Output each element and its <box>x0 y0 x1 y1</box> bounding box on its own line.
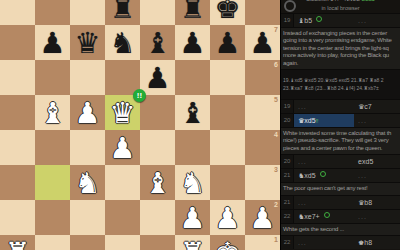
square-g6[interactable] <box>210 60 245 95</box>
black-move: ... <box>354 14 400 27</box>
white-move[interactable]: ♞xe7+ <box>294 210 354 223</box>
move-row: 20...exd5 <box>281 154 400 168</box>
piece-white-rook[interactable]: ♜ <box>175 235 210 250</box>
piece-black-pawn[interactable]: ♟ <box>175 25 210 60</box>
move-number: 22 <box>281 210 294 223</box>
square-c8[interactable] <box>70 0 105 25</box>
square-a5[interactable] <box>0 95 35 130</box>
square-c1[interactable] <box>70 235 105 250</box>
square-g5[interactable] <box>210 95 245 130</box>
square-b3[interactable] <box>35 165 70 200</box>
move-number: 21 <box>281 196 294 209</box>
text-line: going into a very promising endgame, Whi… <box>283 37 400 44</box>
rank-label-1: 1 <box>274 236 278 243</box>
square-g1[interactable]: ♚ <box>210 235 245 250</box>
square-c2[interactable] <box>70 200 105 235</box>
move-comment: White gets the second ... <box>281 223 400 235</box>
piece-white-bishop[interactable]: ♝ <box>35 95 70 130</box>
move-comment: White invested some time calculating tha… <box>281 127 400 154</box>
white-move: ... <box>294 100 354 113</box>
engine-header: Stockfish 14+ · NNUE cloud in local brow… <box>281 0 400 13</box>
text-line: White invested some time calculating tha… <box>283 130 400 137</box>
square-e1[interactable] <box>140 235 175 250</box>
square-d1[interactable] <box>105 235 140 250</box>
square-c4[interactable] <box>70 130 105 165</box>
square-a2[interactable] <box>0 200 35 235</box>
text-line: more actively into play, forcing the Bla… <box>283 52 400 59</box>
square-f3[interactable]: ♞ <box>175 165 210 200</box>
square-f6[interactable] <box>175 60 210 95</box>
square-d4[interactable]: ♟ <box>105 130 140 165</box>
square-a1[interactable]: ♜ <box>0 235 35 250</box>
square-b1[interactable] <box>35 235 70 250</box>
collapsed-move-dots: ... <box>358 117 367 124</box>
square-b6[interactable] <box>35 60 70 95</box>
analysis-panel: Stockfish 14+ · NNUE cloud in local brow… <box>281 0 400 250</box>
text-line: 23.♜xa7 ♜c8 (23...♜b8 24.♝f4) 24.♜xb7± <box>283 84 400 92</box>
white-move[interactable]: ♛xd5‼ <box>294 114 354 127</box>
white-move: ... <box>294 236 354 249</box>
piece-white-king[interactable]: ♚ <box>210 235 245 250</box>
square-b8[interactable] <box>35 0 70 25</box>
move-list: 19♝b5...Instead of exchanging pieces in … <box>281 13 400 249</box>
square-e8[interactable] <box>140 0 175 25</box>
move-number: 21 <box>281 169 294 182</box>
square-c3[interactable]: ♞ <box>70 165 105 200</box>
square-h4[interactable]: 4 <box>245 130 280 165</box>
square-b2[interactable] <box>35 200 70 235</box>
square-g8[interactable]: ♚ <box>210 0 245 25</box>
move-row: 19♝b5... <box>281 13 400 27</box>
move-row: 21♞xd5... <box>281 168 400 182</box>
move-comment: The poor queen can't get any rest! <box>281 182 400 194</box>
piece-white-pawn[interactable]: ♟ <box>105 130 140 165</box>
piece-black-pawn[interactable]: ♟ <box>210 25 245 60</box>
square-d2[interactable] <box>105 200 140 235</box>
black-move[interactable]: ♛b8 <box>354 196 400 209</box>
chess-board[interactable]: ♜♜♚♟♛♞♝♟♟7♟♟6♝♟♛♝5♟4♞♝♞3♟♟2♟♜♜♚1 <box>0 0 280 250</box>
text-line: tension in the center and brings the lig… <box>283 45 400 52</box>
square-b7[interactable]: ♟ <box>35 25 70 60</box>
text-line: nice!) pseudo-sacrifice. They will get 3… <box>283 137 400 144</box>
white-move[interactable]: ♝b5 <box>294 14 354 27</box>
square-g4[interactable] <box>210 130 245 165</box>
piece-black-pawn[interactable]: ♟ <box>35 25 70 60</box>
black-move[interactable]: ♛c7 <box>354 100 400 113</box>
move-row: 19...♛c7 <box>281 99 400 113</box>
square-f7[interactable]: ♟ <box>175 25 210 60</box>
move-number: 19 <box>281 100 294 113</box>
piece-black-queen[interactable]: ♛ <box>70 25 105 60</box>
square-e3[interactable]: ♝ <box>140 165 175 200</box>
move-number: 20 <box>281 114 294 127</box>
collapsed-move-dots: ... <box>298 199 307 206</box>
collapsed-move-dots: ... <box>298 239 307 246</box>
square-e7[interactable]: ♝ <box>140 25 175 60</box>
square-d3[interactable] <box>105 165 140 200</box>
piece-black-pawn[interactable]: ♟ <box>140 60 175 95</box>
good-move-circle-icon <box>324 212 330 218</box>
collapsed-move-dots: ... <box>298 158 307 165</box>
black-move: ... <box>354 210 400 223</box>
square-a8[interactable] <box>0 0 35 25</box>
collapsed-move-dots: ... <box>358 172 367 179</box>
square-g7[interactable]: ♟ <box>210 25 245 60</box>
piece-white-pawn[interactable]: ♟ <box>70 95 105 130</box>
move-comment: Instead of exchanging pieces in the cent… <box>281 27 400 69</box>
brilliant-move-badge: !! <box>133 89 146 102</box>
text-line: 19.♝xd5 ♛xd5 20.♛xd5 exd5 21.♜a7 ♜a8 2 <box>283 76 400 84</box>
square-g2[interactable]: ♟ <box>210 200 245 235</box>
collapsed-move-dots: ... <box>298 103 307 110</box>
piece-white-bishop[interactable]: ♝ <box>140 165 175 200</box>
square-f8[interactable]: ♜ <box>175 0 210 25</box>
square-h2[interactable]: 2♟ <box>245 200 280 235</box>
rank-label-7: 7 <box>274 26 278 33</box>
collapsed-move-dots: ... <box>358 213 367 220</box>
square-h7[interactable]: 7♟ <box>245 25 280 60</box>
piece-white-pawn[interactable]: ♟ <box>175 200 210 235</box>
square-a4[interactable] <box>0 130 35 165</box>
square-h3[interactable]: 3 <box>245 165 280 200</box>
move-row: 21...♛b8 <box>281 195 400 209</box>
square-h5[interactable]: 5 <box>245 95 280 130</box>
square-h8[interactable] <box>245 0 280 25</box>
square-c6[interactable] <box>70 60 105 95</box>
black-move[interactable]: ♚h8 <box>354 236 400 249</box>
square-b4[interactable] <box>35 130 70 165</box>
square-f2[interactable]: ♟ <box>175 200 210 235</box>
move-number: 19 <box>281 14 294 27</box>
piece-black-rook[interactable]: ♜ <box>105 0 140 25</box>
collapsed-move-dots: ... <box>358 17 367 24</box>
square-h6[interactable]: 6 <box>245 60 280 95</box>
square-d7[interactable]: ♞ <box>105 25 140 60</box>
rank-label-2: 2 <box>274 201 278 208</box>
engine-name: Stockfish 14+ · NNUE cloud <box>281 0 400 2</box>
square-f4[interactable] <box>175 130 210 165</box>
text-line: The poor queen can't get any rest! <box>283 185 400 192</box>
piece-white-pawn[interactable]: ♟ <box>210 200 245 235</box>
text-line: again. <box>283 60 400 67</box>
square-d8[interactable]: ♜ <box>105 0 140 25</box>
piece-black-rook[interactable]: ♜ <box>175 0 210 25</box>
piece-black-king[interactable]: ♚ <box>210 0 245 25</box>
square-g3[interactable] <box>210 165 245 200</box>
good-move-circle-icon <box>316 16 322 22</box>
piece-black-bishop[interactable]: ♝ <box>175 95 210 130</box>
rank-label-4: 4 <box>274 131 278 138</box>
text-line: Instead of exchanging pieces in the cent… <box>283 30 400 37</box>
square-e5[interactable] <box>140 95 175 130</box>
square-e4[interactable] <box>140 130 175 165</box>
square-c7[interactable]: ♛ <box>70 25 105 60</box>
move-number: 20 <box>281 155 294 168</box>
piece-black-bishop[interactable]: ♝ <box>140 25 175 60</box>
piece-black-knight[interactable]: ♞ <box>105 25 140 60</box>
white-move: ... <box>294 196 354 209</box>
good-move-circle-icon <box>320 171 326 177</box>
engine-badge: cloud <box>362 0 375 2</box>
square-f1[interactable]: ♜ <box>175 235 210 250</box>
move-row: 22♞xe7+... <box>281 209 400 223</box>
black-move[interactable]: exd5 <box>354 155 400 168</box>
square-c5[interactable]: ♟ <box>70 95 105 130</box>
rank-label-3: 3 <box>274 166 278 173</box>
square-a7[interactable] <box>0 25 35 60</box>
piece-white-rook[interactable]: ♜ <box>0 235 35 250</box>
black-move: ... <box>354 169 400 182</box>
text-line: pieces and a center pawn for the queen. <box>283 145 400 152</box>
move-row: 22...♚h8 <box>281 235 400 249</box>
square-f5[interactable]: ♝ <box>175 95 210 130</box>
white-move[interactable]: ♞xd5 <box>294 169 354 182</box>
piece-white-knight[interactable]: ♞ <box>175 165 210 200</box>
square-h1[interactable]: 1 <box>245 235 280 250</box>
square-b5[interactable]: ♝ <box>35 95 70 130</box>
move-row: 20♛xd5‼... <box>281 113 400 127</box>
white-move: ... <box>294 155 354 168</box>
square-a6[interactable] <box>0 60 35 95</box>
piece-white-knight[interactable]: ♞ <box>70 165 105 200</box>
engine-location: in local browser <box>281 5 400 11</box>
black-move: ... <box>354 114 400 127</box>
text-line: White gets the second ... <box>283 226 400 233</box>
variation-line[interactable]: 19.♝xd5 ♛xd5 20.♛xd5 exd5 21.♜a7 ♜a8 223… <box>281 69 400 99</box>
brilliant-nag: ‼ <box>316 118 319 124</box>
rank-label-5: 5 <box>274 96 278 103</box>
square-e6[interactable]: ♟ <box>140 60 175 95</box>
square-a3[interactable] <box>0 165 35 200</box>
rank-label-6: 6 <box>274 61 278 68</box>
square-e2[interactable] <box>140 200 175 235</box>
move-number: 22 <box>281 236 294 249</box>
